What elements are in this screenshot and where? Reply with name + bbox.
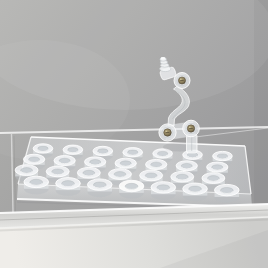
- peg-hole: [24, 176, 49, 194]
- elbow-joint-right: [183, 120, 200, 137]
- peg-hole: [87, 179, 112, 197]
- peg-hole: [183, 183, 208, 201]
- peg-hole: [56, 178, 81, 196]
- peg-hole: [215, 184, 240, 202]
- elbow-joint-left: [159, 124, 176, 141]
- upper-joint: [174, 73, 190, 89]
- peg-hole-frosted: [119, 180, 144, 198]
- stand-photo: [0, 0, 268, 268]
- peg-hole: [151, 182, 176, 200]
- product-photo: [0, 0, 268, 268]
